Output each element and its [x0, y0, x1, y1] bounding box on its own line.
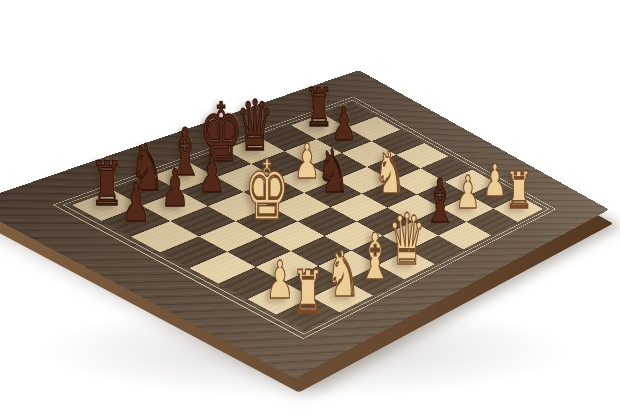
chess-set-photo: ♜♞♝♚♛♜♟♟♟♟♞♝♚♟♞♟♜♞♝♛♟♟♜ — [0, 0, 620, 412]
